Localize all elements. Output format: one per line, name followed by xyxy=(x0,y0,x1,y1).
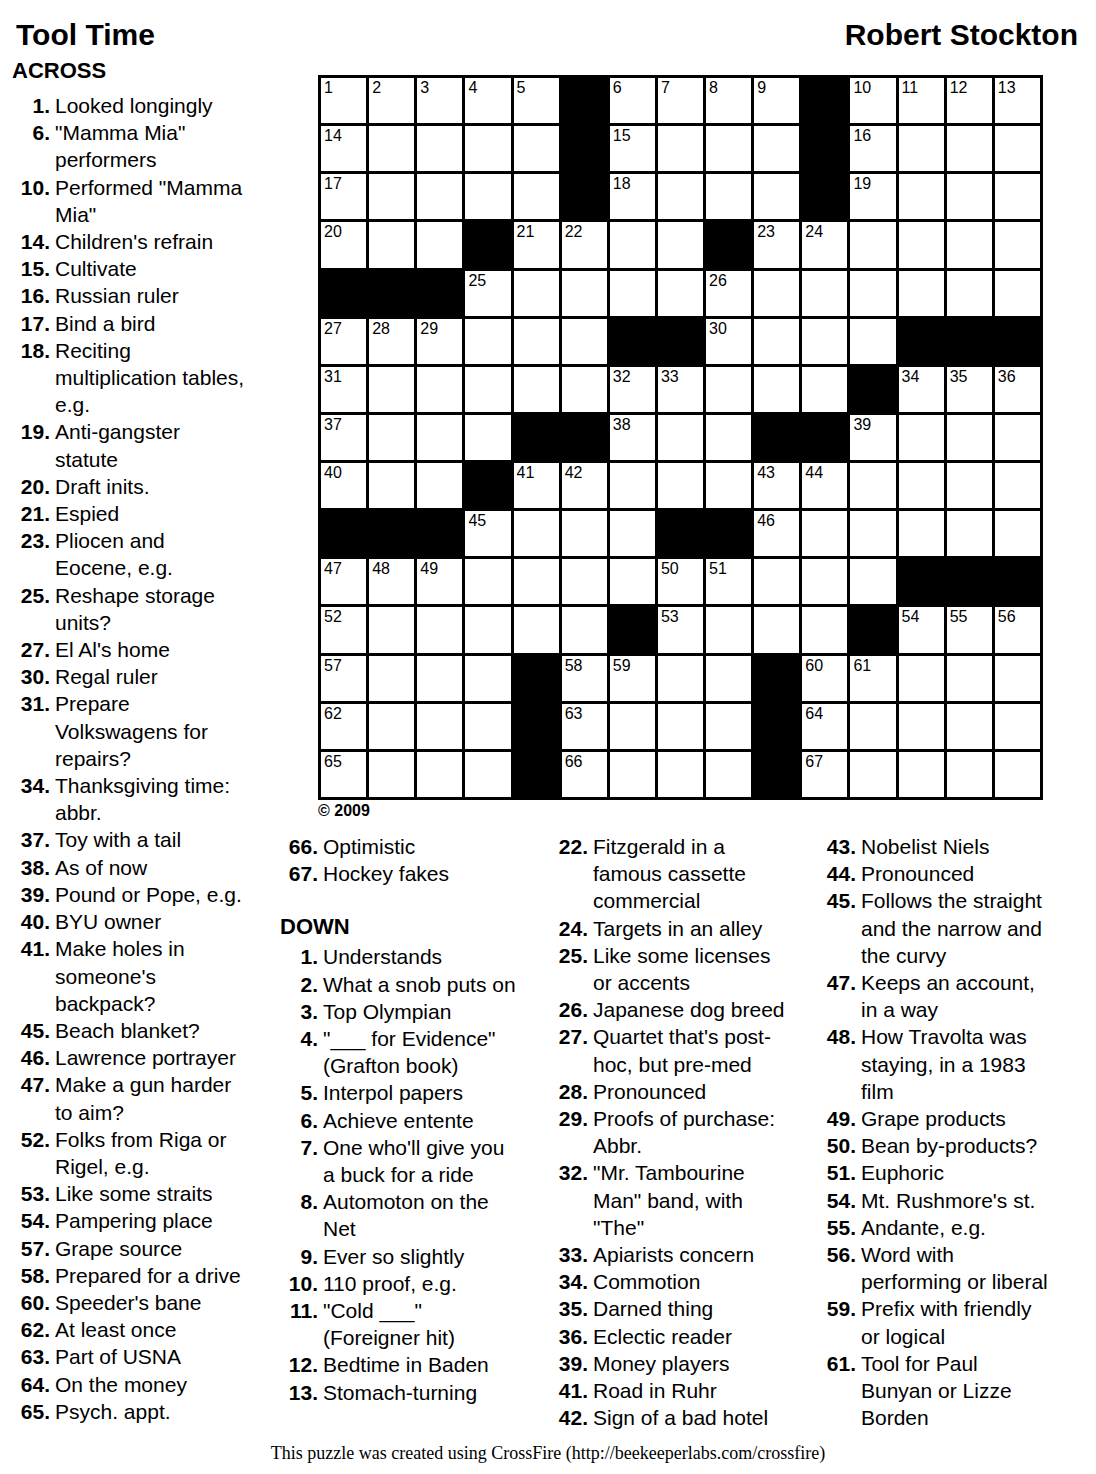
grid-cell-r10c13[interactable] xyxy=(899,511,944,556)
grid-cell-r15c11[interactable]: 67 xyxy=(802,752,847,797)
grid-cell-r2c2[interactable] xyxy=(369,126,414,171)
grid-cell-r1c12[interactable]: 10 xyxy=(850,78,895,123)
grid-cell-r9c12[interactable] xyxy=(850,463,895,508)
grid-cell-r6c11[interactable] xyxy=(802,319,847,364)
clue-number: 46. xyxy=(12,1044,50,1071)
grid-cell-r13c8[interactable] xyxy=(658,656,703,701)
clue-down-29: 29.Proofs of purchase: Abbr. xyxy=(550,1105,786,1159)
clue-number: 18. xyxy=(12,337,50,419)
grid-cell-r7c14[interactable]: 35 xyxy=(947,367,992,412)
grid-cell-r7c15[interactable]: 36 xyxy=(995,367,1040,412)
grid-cell-r5c14[interactable] xyxy=(947,271,992,316)
grid-cell-r4c13[interactable] xyxy=(899,222,944,267)
grid-cell-r15c6[interactable]: 66 xyxy=(562,752,607,797)
grid-cell-r7c11[interactable] xyxy=(802,367,847,412)
grid-cell-r8c12[interactable]: 39 xyxy=(850,415,895,460)
cell-number: 52 xyxy=(324,608,342,626)
grid-cell-r12c10[interactable] xyxy=(754,607,799,652)
clue-text: Commotion xyxy=(593,1268,786,1295)
grid-cell-r8c5 xyxy=(514,415,559,460)
grid-cell-r10c6[interactable] xyxy=(562,511,607,556)
clue-number: 39. xyxy=(12,881,50,908)
grid-cell-r7c7[interactable]: 32 xyxy=(610,367,655,412)
clue-number: 66. xyxy=(280,833,318,860)
grid-cell-r7c3[interactable] xyxy=(417,367,462,412)
grid-cell-r10c8 xyxy=(658,511,703,556)
clue-text: Espied xyxy=(55,500,245,527)
clue-number: 58. xyxy=(12,1262,50,1289)
grid-cell-r12c8[interactable]: 53 xyxy=(658,607,703,652)
grid-cell-r14c12[interactable] xyxy=(850,704,895,749)
clue-down-49: 49.Grape products xyxy=(818,1105,1054,1132)
grid-cell-r9c13[interactable] xyxy=(899,463,944,508)
grid-cell-r11c3[interactable]: 49 xyxy=(417,559,462,604)
grid-cell-r3c14[interactable] xyxy=(947,174,992,219)
grid-cell-r3c7[interactable]: 18 xyxy=(610,174,655,219)
grid-cell-r12c6[interactable] xyxy=(562,607,607,652)
clue-across-17: 17.Bind a bird xyxy=(12,310,245,337)
grid-cell-r7c8[interactable]: 33 xyxy=(658,367,703,412)
grid-cell-r7c6[interactable] xyxy=(562,367,607,412)
clue-number: 28. xyxy=(550,1078,588,1105)
cell-number: 23 xyxy=(757,223,775,241)
grid-cell-r4c8[interactable] xyxy=(658,222,703,267)
clue-text: Draft inits. xyxy=(55,473,245,500)
grid-cell-r5c9[interactable]: 26 xyxy=(706,271,751,316)
grid-cell-r13c14[interactable] xyxy=(947,656,992,701)
clue-number: 22. xyxy=(550,833,588,915)
grid-cell-r11c11[interactable] xyxy=(802,559,847,604)
grid-cell-r8c8[interactable] xyxy=(658,415,703,460)
clue-across-16: 16.Russian ruler xyxy=(12,282,245,309)
grid-cell-r7c4[interactable] xyxy=(465,367,510,412)
grid-cell-r13c15[interactable] xyxy=(995,656,1040,701)
grid-cell-r15c1[interactable]: 65 xyxy=(321,752,366,797)
clue-text: Children's refrain xyxy=(55,228,245,255)
grid-cell-r7c5[interactable] xyxy=(514,367,559,412)
puzzle-author: Robert Stockton xyxy=(845,18,1078,52)
cell-number: 15 xyxy=(613,127,631,145)
grid-cell-r5c8[interactable] xyxy=(658,271,703,316)
clue-number: 15. xyxy=(12,255,50,282)
clue-down-41: 41.Road in Ruhr xyxy=(550,1377,786,1404)
cell-number: 29 xyxy=(420,320,438,338)
grid-cell-r8c13[interactable] xyxy=(899,415,944,460)
grid-cell-r4c5[interactable]: 21 xyxy=(514,222,559,267)
clue-down-22: 22.Fitzgerald in a famous cassette comme… xyxy=(550,833,786,915)
grid-cell-r14c14[interactable] xyxy=(947,704,992,749)
grid-cell-r11c2[interactable]: 48 xyxy=(369,559,414,604)
cell-number: 60 xyxy=(805,657,823,675)
clue-across-66: 66.Optimistic xyxy=(280,833,516,860)
grid-cell-r11c13 xyxy=(899,559,944,604)
cell-number: 35 xyxy=(950,368,968,386)
grid-cell-r2c9[interactable] xyxy=(706,126,751,171)
grid-cell-r9c6[interactable]: 42 xyxy=(562,463,607,508)
clue-down-42: 42.Sign of a bad hotel xyxy=(550,1404,786,1431)
grid-cell-r1c7[interactable]: 6 xyxy=(610,78,655,123)
grid-cell-r2c3[interactable] xyxy=(417,126,462,171)
grid-cell-r14c11[interactable]: 64 xyxy=(802,704,847,749)
clue-number: 30. xyxy=(12,663,50,690)
grid-cell-r9c2[interactable] xyxy=(369,463,414,508)
grid-cell-r1c13[interactable]: 11 xyxy=(899,78,944,123)
clue-text: Bedtime in Baden xyxy=(323,1351,516,1378)
grid-cell-r13c6[interactable]: 58 xyxy=(562,656,607,701)
clue-number: 5. xyxy=(280,1079,318,1106)
grid-cell-r8c4[interactable] xyxy=(465,415,510,460)
grid-cell-r7c1[interactable]: 31 xyxy=(321,367,366,412)
grid-cell-r3c15[interactable] xyxy=(995,174,1040,219)
grid-cell-r9c11[interactable]: 44 xyxy=(802,463,847,508)
grid-cell-r8c3[interactable] xyxy=(417,415,462,460)
grid-cell-r2c4[interactable] xyxy=(465,126,510,171)
clue-number: 43. xyxy=(818,833,856,860)
grid-cell-r7c9[interactable] xyxy=(706,367,751,412)
grid-cell-r2c10[interactable] xyxy=(754,126,799,171)
clue-text: Prepare Volkswagens for repairs? xyxy=(55,690,245,772)
clue-text: Reciting multiplication tables, e.g. xyxy=(55,337,245,419)
grid-cell-r2c1[interactable]: 14 xyxy=(321,126,366,171)
grid-cell-r11c6[interactable] xyxy=(562,559,607,604)
cell-number: 3 xyxy=(420,79,429,97)
grid-cell-r10c7[interactable] xyxy=(610,511,655,556)
clue-text: Bean by-products? xyxy=(861,1132,1054,1159)
grid-cell-r13c13[interactable] xyxy=(899,656,944,701)
grid-cell-r4c15[interactable] xyxy=(995,222,1040,267)
grid-cell-r8c2[interactable] xyxy=(369,415,414,460)
clue-text: Fitzgerald in a famous cassette commerci… xyxy=(593,833,786,915)
grid-cell-r6c2[interactable]: 28 xyxy=(369,319,414,364)
grid-cell-r14c8[interactable] xyxy=(658,704,703,749)
cell-number: 46 xyxy=(757,512,775,530)
grid-cell-r5c4[interactable]: 25 xyxy=(465,271,510,316)
grid-cell-r14c9[interactable] xyxy=(706,704,751,749)
grid-cell-r3c11 xyxy=(802,174,847,219)
grid-cell-r6c5[interactable] xyxy=(514,319,559,364)
grid-cell-r3c2[interactable] xyxy=(369,174,414,219)
clue-text: Top Olympian xyxy=(323,998,516,1025)
clue-across-37: 37.Toy with a tail xyxy=(12,826,245,853)
cell-number: 41 xyxy=(517,464,535,482)
clue-across-27: 27.El Al's home xyxy=(12,636,245,663)
grid-cell-r11c9[interactable]: 51 xyxy=(706,559,751,604)
grid-cell-r11c5[interactable] xyxy=(514,559,559,604)
grid-cell-r8c15[interactable] xyxy=(995,415,1040,460)
grid-cell-r6c9[interactable]: 30 xyxy=(706,319,751,364)
grid-cell-r2c15[interactable] xyxy=(995,126,1040,171)
grid-cell-r2c8[interactable] xyxy=(658,126,703,171)
grid-cell-r13c4[interactable] xyxy=(465,656,510,701)
clue-across-25: 25.Reshape storage units? xyxy=(12,582,245,636)
clue-column-2: 66.Optimistic67.Hockey fakes DOWN 1.Unde… xyxy=(280,833,516,1406)
clue-number: 23. xyxy=(12,527,50,581)
grid-cell-r12c13[interactable]: 54 xyxy=(899,607,944,652)
grid-cell-r13c3[interactable] xyxy=(417,656,462,701)
clue-number: 63. xyxy=(12,1343,50,1370)
clue-text: Quartet that's post-hoc, but pre-med xyxy=(593,1023,786,1077)
cell-number: 6 xyxy=(613,79,622,97)
clue-across-62: 62.At least once xyxy=(12,1316,245,1343)
cell-number: 63 xyxy=(565,705,583,723)
clue-down-1: 1.Understands xyxy=(280,943,516,970)
grid-cell-r15c12[interactable] xyxy=(850,752,895,797)
grid-cell-r1c2[interactable]: 2 xyxy=(369,78,414,123)
cell-number: 8 xyxy=(709,79,718,97)
grid-cell-r14c13[interactable] xyxy=(899,704,944,749)
cell-number: 14 xyxy=(324,127,342,145)
clue-text: Proofs of purchase: Abbr. xyxy=(593,1105,786,1159)
clue-down-26: 26.Japanese dog breed xyxy=(550,996,786,1023)
grid-cell-r1c14[interactable]: 12 xyxy=(947,78,992,123)
grid-cell-r12c5[interactable] xyxy=(514,607,559,652)
clue-number: 32. xyxy=(550,1159,588,1241)
grid-cell-r4c7[interactable] xyxy=(610,222,655,267)
grid-cell-r2c14[interactable] xyxy=(947,126,992,171)
grid-cell-r6c12[interactable] xyxy=(850,319,895,364)
grid-cell-r9c1[interactable]: 40 xyxy=(321,463,366,508)
grid-cell-r12c14[interactable]: 55 xyxy=(947,607,992,652)
clue-number: 14. xyxy=(12,228,50,255)
puzzle-page: Tool Time Robert Stockton ACROSS 1.Looke… xyxy=(0,0,1096,1474)
grid-cell-r7c12 xyxy=(850,367,895,412)
grid-cell-r6c1[interactable]: 27 xyxy=(321,319,366,364)
clue-text: Pronounced xyxy=(861,860,1054,887)
grid-cell-r5c10[interactable] xyxy=(754,271,799,316)
grid-cell-r14c2[interactable] xyxy=(369,704,414,749)
grid-cell-r9c7[interactable] xyxy=(610,463,655,508)
grid-cell-r8c1[interactable]: 37 xyxy=(321,415,366,460)
grid-cell-r4c1[interactable]: 20 xyxy=(321,222,366,267)
grid-cell-r3c5[interactable] xyxy=(514,174,559,219)
grid-cell-r12c2[interactable] xyxy=(369,607,414,652)
grid-cell-r13c9[interactable] xyxy=(706,656,751,701)
clue-number: 45. xyxy=(12,1017,50,1044)
grid-cell-r3c8[interactable] xyxy=(658,174,703,219)
grid-cell-r4c6[interactable]: 22 xyxy=(562,222,607,267)
grid-cell-r15c14[interactable] xyxy=(947,752,992,797)
grid-cell-r1c10[interactable]: 9 xyxy=(754,78,799,123)
grid-cell-r15c15[interactable] xyxy=(995,752,1040,797)
grid-cell-r13c1[interactable]: 57 xyxy=(321,656,366,701)
grid-cell-r12c11[interactable] xyxy=(802,607,847,652)
grid-cell-r15c3[interactable] xyxy=(417,752,462,797)
grid-cell-r3c12[interactable]: 19 xyxy=(850,174,895,219)
grid-cell-r2c5[interactable] xyxy=(514,126,559,171)
grid-cell-r10c11[interactable] xyxy=(802,511,847,556)
grid-cell-r13c7[interactable]: 59 xyxy=(610,656,655,701)
grid-cell-r11c10[interactable] xyxy=(754,559,799,604)
clue-down-32: 32."Mr. Tambourine Man" band, with "The" xyxy=(550,1159,786,1241)
grid-cell-r1c4[interactable]: 4 xyxy=(465,78,510,123)
clue-number: 54. xyxy=(12,1207,50,1234)
grid-cell-r1c8[interactable]: 7 xyxy=(658,78,703,123)
grid-cell-r11c7[interactable] xyxy=(610,559,655,604)
clue-text: Russian ruler xyxy=(55,282,245,309)
grid-cell-r8c7[interactable]: 38 xyxy=(610,415,655,460)
clue-column-3: 22.Fitzgerald in a famous cassette comme… xyxy=(550,833,786,1431)
cell-number: 22 xyxy=(565,223,583,241)
grid-cell-r4c11[interactable]: 24 xyxy=(802,222,847,267)
clue-number: 24. xyxy=(550,915,588,942)
grid-cell-r12c1[interactable]: 52 xyxy=(321,607,366,652)
grid-cell-r5c6[interactable] xyxy=(562,271,607,316)
grid-cell-r10c12[interactable] xyxy=(850,511,895,556)
cell-number: 21 xyxy=(517,223,535,241)
grid-cell-r14c7[interactable] xyxy=(610,704,655,749)
grid-cell-r9c3[interactable] xyxy=(417,463,462,508)
grid-cell-r6c8 xyxy=(658,319,703,364)
grid-cell-r15c2[interactable] xyxy=(369,752,414,797)
grid-cell-r4c14[interactable] xyxy=(947,222,992,267)
grid-cell-r14c5 xyxy=(514,704,559,749)
grid-cell-r10c14[interactable] xyxy=(947,511,992,556)
grid-cell-r11c12[interactable] xyxy=(850,559,895,604)
grid-cell-r13c2[interactable] xyxy=(369,656,414,701)
grid-cell-r1c1[interactable]: 1 xyxy=(321,78,366,123)
cell-number: 1 xyxy=(324,79,333,97)
clue-across-14: 14.Children's refrain xyxy=(12,228,245,255)
grid-cell-r4c4 xyxy=(465,222,510,267)
clue-number: 51. xyxy=(818,1159,856,1186)
cell-number: 4 xyxy=(468,79,477,97)
clue-down-56: 56.Word with performing or liberal xyxy=(818,1241,1054,1295)
grid-cell-r1c15[interactable]: 13 xyxy=(995,78,1040,123)
grid-cell-r6c3[interactable]: 29 xyxy=(417,319,462,364)
clue-text: Darned thing xyxy=(593,1295,786,1322)
clue-down-5: 5.Interpol papers xyxy=(280,1079,516,1106)
grid-cell-r2c11 xyxy=(802,126,847,171)
clue-down-13: 13.Stomach-turning xyxy=(280,1379,516,1406)
grid-cell-r2c13[interactable] xyxy=(899,126,944,171)
clue-text: "Mr. Tambourine Man" band, with "The" xyxy=(593,1159,786,1241)
grid-cell-r9c8[interactable] xyxy=(658,463,703,508)
grid-cell-r3c1[interactable]: 17 xyxy=(321,174,366,219)
grid-cell-r15c13[interactable] xyxy=(899,752,944,797)
grid-cell-r1c5[interactable]: 5 xyxy=(514,78,559,123)
grid-cell-r6c4[interactable] xyxy=(465,319,510,364)
clue-number: 48. xyxy=(818,1023,856,1105)
grid-cell-r3c9[interactable] xyxy=(706,174,751,219)
clue-number: 2. xyxy=(280,971,318,998)
clue-number: 6. xyxy=(280,1107,318,1134)
grid-cell-r14c3[interactable] xyxy=(417,704,462,749)
grid-cell-r1c3[interactable]: 3 xyxy=(417,78,462,123)
grid-cell-r15c4[interactable] xyxy=(465,752,510,797)
grid-cell-r5c11[interactable] xyxy=(802,271,847,316)
clue-number: 42. xyxy=(550,1404,588,1431)
clue-number: 4. xyxy=(280,1025,318,1079)
grid-cell-r7c2[interactable] xyxy=(369,367,414,412)
grid-cell-r7c10[interactable] xyxy=(754,367,799,412)
grid-cell-r15c9[interactable] xyxy=(706,752,751,797)
grid-cell-r14c1[interactable]: 62 xyxy=(321,704,366,749)
clue-number: 65. xyxy=(12,1398,50,1425)
grid-cell-r1c9[interactable]: 8 xyxy=(706,78,751,123)
grid-cell-r5c5[interactable] xyxy=(514,271,559,316)
grid-cell-r7c13[interactable]: 34 xyxy=(899,367,944,412)
clue-text: Psych. appt. xyxy=(55,1398,245,1425)
grid-cell-r4c3[interactable] xyxy=(417,222,462,267)
grid-cell-r11c4[interactable] xyxy=(465,559,510,604)
grid-cell-r14c15[interactable] xyxy=(995,704,1040,749)
grid-cell-r10c10[interactable]: 46 xyxy=(754,511,799,556)
grid-cell-r13c11[interactable]: 60 xyxy=(802,656,847,701)
clue-down-48: 48.How Travolta was staying, in a 1983 f… xyxy=(818,1023,1054,1105)
grid-cell-r14c4[interactable] xyxy=(465,704,510,749)
grid-cell-r9c14[interactable] xyxy=(947,463,992,508)
grid-cell-r9c9[interactable] xyxy=(706,463,751,508)
grid-cell-r9c15[interactable] xyxy=(995,463,1040,508)
clue-text: Reshape storage units? xyxy=(55,582,245,636)
clue-down-45: 45.Follows the straight and the narrow a… xyxy=(818,887,1054,969)
clue-number: 16. xyxy=(12,282,50,309)
grid-cell-r5c12[interactable] xyxy=(850,271,895,316)
clue-text: Word with performing or liberal xyxy=(861,1241,1054,1295)
clue-down-47: 47.Keeps an account, in a way xyxy=(818,969,1054,1023)
grid-cell-r2c12[interactable]: 16 xyxy=(850,126,895,171)
grid-cell-r3c13[interactable] xyxy=(899,174,944,219)
grid-cell-r12c9[interactable] xyxy=(706,607,751,652)
grid-cell-r14c6[interactable]: 63 xyxy=(562,704,607,749)
grid-cell-r2c7[interactable]: 15 xyxy=(610,126,655,171)
grid-cell-r13c5 xyxy=(514,656,559,701)
grid-cell-r10c15[interactable] xyxy=(995,511,1040,556)
grid-cell-r5c13[interactable] xyxy=(899,271,944,316)
grid-cell-r3c4[interactable] xyxy=(465,174,510,219)
grid-cell-r10c5[interactable] xyxy=(514,511,559,556)
grid-cell-r9c5[interactable]: 41 xyxy=(514,463,559,508)
grid-cell-r15c7[interactable] xyxy=(610,752,655,797)
grid-cell-r3c10[interactable] xyxy=(754,174,799,219)
grid-cell-r12c15[interactable]: 56 xyxy=(995,607,1040,652)
grid-cell-r5c7[interactable] xyxy=(610,271,655,316)
grid-cell-r15c8[interactable] xyxy=(658,752,703,797)
grid-cell-r4c2[interactable] xyxy=(369,222,414,267)
across-clue-list: 1.Looked longingly6."Mamma Mia" performe… xyxy=(12,92,245,1425)
clue-text: Performed "Mamma Mia" xyxy=(55,174,245,228)
cell-number: 57 xyxy=(324,657,342,675)
cell-number: 50 xyxy=(661,560,679,578)
clue-text: Road in Ruhr xyxy=(593,1377,786,1404)
grid-cell-r12c3[interactable] xyxy=(417,607,462,652)
clue-across-1: 1.Looked longingly xyxy=(12,92,245,119)
clue-number: 55. xyxy=(818,1214,856,1241)
grid-cell-r11c1[interactable]: 47 xyxy=(321,559,366,604)
clue-across-19: 19.Anti-gangster statute xyxy=(12,418,245,472)
grid-cell-r2c6 xyxy=(562,126,607,171)
grid-cell-r9c10[interactable]: 43 xyxy=(754,463,799,508)
cell-number: 20 xyxy=(324,223,342,241)
grid-cell-r5c15[interactable] xyxy=(995,271,1040,316)
grid-cell-r11c8[interactable]: 50 xyxy=(658,559,703,604)
clue-across-45: 45.Beach blanket? xyxy=(12,1017,245,1044)
grid-cell-r3c3[interactable] xyxy=(417,174,462,219)
grid-cell-r13c12[interactable]: 61 xyxy=(850,656,895,701)
clue-text: Looked longingly xyxy=(55,92,245,119)
grid-cell-r4c10[interactable]: 23 xyxy=(754,222,799,267)
grid-cell-r10c4[interactable]: 45 xyxy=(465,511,510,556)
grid-cell-r6c6[interactable] xyxy=(562,319,607,364)
grid-cell-r6c10[interactable] xyxy=(754,319,799,364)
grid-cell-r4c12[interactable] xyxy=(850,222,895,267)
grid-cell-r8c9[interactable] xyxy=(706,415,751,460)
grid-cell-r8c14[interactable] xyxy=(947,415,992,460)
clue-text: What a snob puts on xyxy=(323,971,516,998)
clue-down-50: 50.Bean by-products? xyxy=(818,1132,1054,1159)
cell-number: 17 xyxy=(324,175,342,193)
grid-cell-r12c4[interactable] xyxy=(465,607,510,652)
